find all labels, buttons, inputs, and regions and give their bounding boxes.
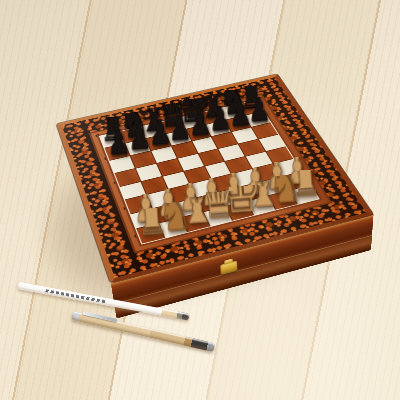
chess-box-3d: ♜♞♝♛♚♝♞♜♟♟♟♟♟♟♟♟♟♟♟♟♟♟♟♟♜♞♝♛♚♝♞♜ — [56, 74, 373, 283]
board-inner-margin — [89, 93, 333, 253]
chess-box: ♜♞♝♛♚♝♞♜♟♟♟♟♟♟♟♟♟♟♟♟♟♟♟♟♜♞♝♛♚♝♞♜ — [70, 32, 339, 301]
checkerboard — [100, 100, 318, 243]
table-surface: ♜♞♝♛♚♝♞♜♟♟♟♟♟♟♟♟♟♟♟♟♟♟♟♟♜♞♝♛♚♝♞♜ — [0, 0, 400, 400]
brass-latch-icon — [220, 261, 237, 275]
pen — [71, 311, 215, 352]
